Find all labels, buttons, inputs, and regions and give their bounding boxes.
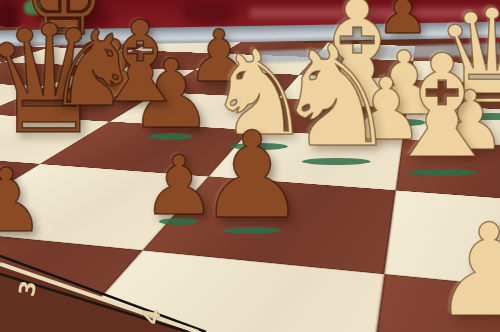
piece-black-pawn-b3: ♟ (0, 157, 45, 245)
felt-base (301, 158, 370, 165)
piece-black-bishop-e4: ♝ (90, 6, 190, 118)
piece-white-bishop-b7: ♝ (378, 36, 500, 178)
felt-base (159, 218, 199, 225)
felt-base (407, 169, 477, 176)
felt-base (222, 227, 281, 234)
chess-photo-scene: 3 4 ♚ ♟ ♝ ♟ ♟ ♛ ♟ ♟ ♟ ♟ ♛ ♞ ♝ ♞ ♞ ♝ ♟ ♟ … (0, 0, 500, 332)
piece-black-pawn-a4: ♟ (198, 116, 306, 236)
piece-white-pawn-a6: ♟ (432, 207, 500, 332)
